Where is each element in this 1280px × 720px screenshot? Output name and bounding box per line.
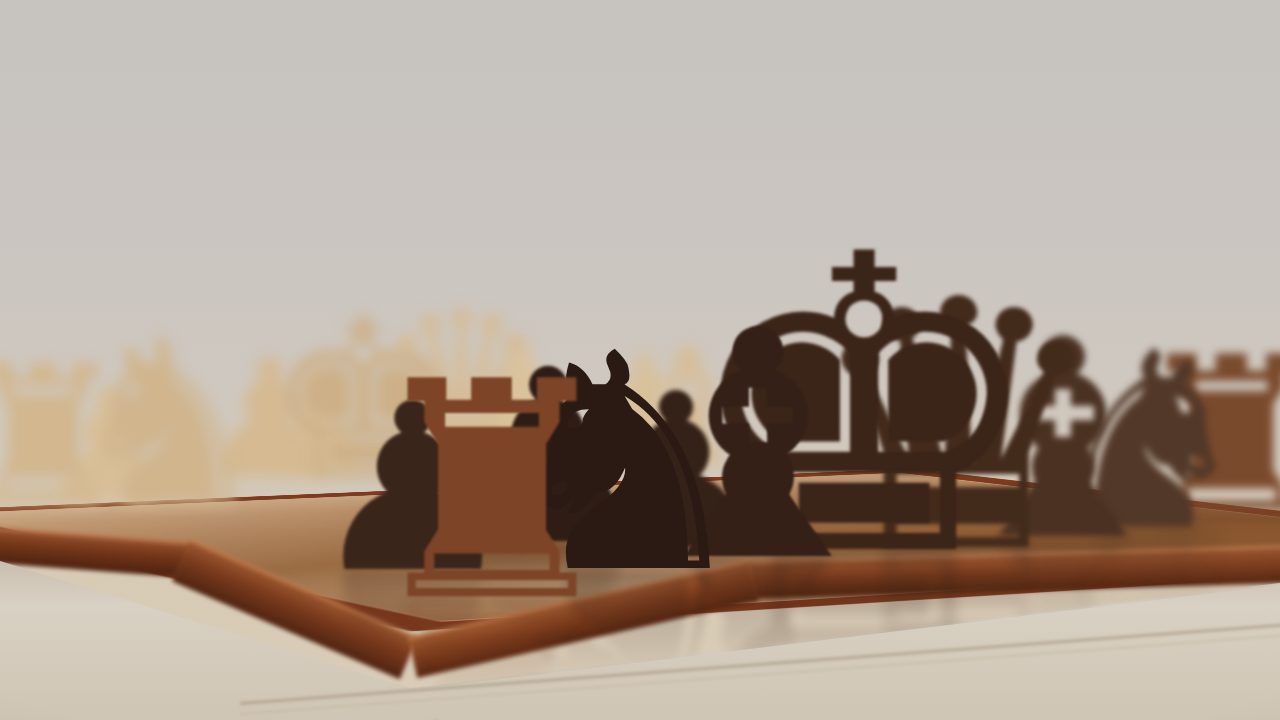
dark-rook-piece: ♜ — [358, 343, 627, 643]
light-rook-piece: ♜ — [0, 340, 130, 535]
chess-photo-scene: ♜♟♞♟♟♚♛♟♟♝♟♟♜♜♟♟♟♞♞♝♝♚♚♛♛♝♝♞♞♜♜ — [0, 0, 1280, 720]
